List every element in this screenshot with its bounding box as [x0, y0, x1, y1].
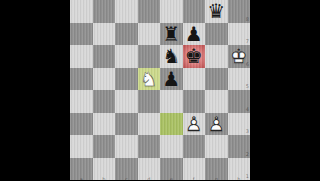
black-pawn[interactable]: ♟ [183, 23, 206, 45]
square-d2[interactable] [138, 135, 161, 158]
square-g6[interactable] [205, 45, 228, 68]
black-knight[interactable]: ♞ [160, 45, 183, 67]
square-d3[interactable] [138, 113, 161, 136]
video-frame: ♛8♜♟7♞♚♚♔6♞♘♟54♟♙♟♙32abcdefgh1 [0, 0, 320, 180]
square-h2[interactable]: 2 [228, 135, 251, 158]
square-c4[interactable] [115, 90, 138, 113]
square-d8[interactable] [138, 0, 161, 23]
square-e7[interactable]: ♜ [160, 23, 183, 46]
square-c7[interactable] [115, 23, 138, 46]
white-pawn[interactable]: ♟♙ [183, 113, 206, 135]
white-knight[interactable]: ♞♘ [138, 68, 161, 90]
square-f8[interactable] [183, 0, 206, 23]
file-label-h: h [228, 177, 251, 180]
square-h7[interactable]: 7 [228, 23, 251, 46]
square-f2[interactable] [183, 135, 206, 158]
square-a3[interactable] [70, 113, 93, 136]
square-a8[interactable] [70, 0, 93, 23]
square-e6[interactable]: ♞ [160, 45, 183, 68]
file-label-e: e [160, 177, 183, 180]
black-queen[interactable]: ♛ [205, 0, 228, 22]
rank-label-2: 2 [246, 152, 249, 157]
square-e2[interactable] [160, 135, 183, 158]
square-h6[interactable]: ♚♔6 [228, 45, 251, 68]
square-g7[interactable] [205, 23, 228, 46]
square-c6[interactable] [115, 45, 138, 68]
square-g2[interactable] [205, 135, 228, 158]
left-letterbox-bar [0, 0, 70, 180]
square-d6[interactable] [138, 45, 161, 68]
rank-label-3: 3 [246, 129, 249, 134]
square-b8[interactable] [93, 0, 116, 23]
file-label-a: a [70, 177, 93, 180]
rank-label-1: 1 [246, 174, 249, 179]
white-pawn[interactable]: ♟♙ [205, 113, 228, 135]
right-letterbox-bar [250, 0, 320, 180]
piece-glyph-outline: ♔ [228, 45, 251, 67]
square-c5[interactable] [115, 68, 138, 91]
square-e1[interactable]: e [160, 158, 183, 181]
square-f4[interactable] [183, 90, 206, 113]
piece-glyph-outline: ♘ [138, 68, 161, 90]
black-king[interactable]: ♚ [183, 45, 206, 67]
square-c8[interactable] [115, 0, 138, 23]
square-e8[interactable] [160, 0, 183, 23]
rank-label-7: 7 [246, 39, 249, 44]
square-a6[interactable] [70, 45, 93, 68]
square-f6[interactable]: ♚ [183, 45, 206, 68]
square-c3[interactable] [115, 113, 138, 136]
square-c2[interactable] [115, 135, 138, 158]
square-h3[interactable]: 3 [228, 113, 251, 136]
file-label-f: f [183, 177, 206, 180]
chess-board[interactable]: ♛8♜♟7♞♚♚♔6♞♘♟54♟♙♟♙32abcdefgh1 [70, 0, 250, 180]
square-a2[interactable] [70, 135, 93, 158]
square-c1[interactable]: c [115, 158, 138, 181]
square-a1[interactable]: a [70, 158, 93, 181]
file-label-b: b [93, 177, 116, 180]
square-g4[interactable] [205, 90, 228, 113]
square-g1[interactable]: g [205, 158, 228, 181]
square-g3[interactable]: ♟♙ [205, 113, 228, 136]
rank-label-5: 5 [246, 84, 249, 89]
square-e3[interactable] [160, 113, 183, 136]
square-d4[interactable] [138, 90, 161, 113]
square-d5[interactable]: ♞♘ [138, 68, 161, 91]
square-b5[interactable] [93, 68, 116, 91]
square-h4[interactable]: 4 [228, 90, 251, 113]
square-b1[interactable]: b [93, 158, 116, 181]
rank-label-8: 8 [246, 17, 249, 22]
square-e5[interactable]: ♟ [160, 68, 183, 91]
square-h5[interactable]: 5 [228, 68, 251, 91]
square-b3[interactable] [93, 113, 116, 136]
square-b6[interactable] [93, 45, 116, 68]
square-h1[interactable]: h1 [228, 158, 251, 181]
square-g8[interactable]: ♛ [205, 0, 228, 23]
square-d7[interactable] [138, 23, 161, 46]
square-h8[interactable]: 8 [228, 0, 251, 23]
black-rook[interactable]: ♜ [160, 23, 183, 45]
file-label-g: g [205, 177, 228, 180]
file-label-c: c [115, 177, 138, 180]
square-b7[interactable] [93, 23, 116, 46]
square-b2[interactable] [93, 135, 116, 158]
square-a7[interactable] [70, 23, 93, 46]
file-label-d: d [138, 177, 161, 180]
square-e4[interactable] [160, 90, 183, 113]
piece-glyph-outline: ♙ [205, 113, 228, 135]
square-d1[interactable]: d [138, 158, 161, 181]
square-a5[interactable] [70, 68, 93, 91]
square-f1[interactable]: f [183, 158, 206, 181]
square-g5[interactable] [205, 68, 228, 91]
square-f3[interactable]: ♟♙ [183, 113, 206, 136]
square-a4[interactable] [70, 90, 93, 113]
white-king[interactable]: ♚♔ [228, 45, 251, 67]
square-f5[interactable] [183, 68, 206, 91]
piece-glyph-outline: ♙ [183, 113, 206, 135]
square-f7[interactable]: ♟ [183, 23, 206, 46]
square-b4[interactable] [93, 90, 116, 113]
black-pawn[interactable]: ♟ [160, 68, 183, 90]
rank-label-4: 4 [246, 107, 249, 112]
